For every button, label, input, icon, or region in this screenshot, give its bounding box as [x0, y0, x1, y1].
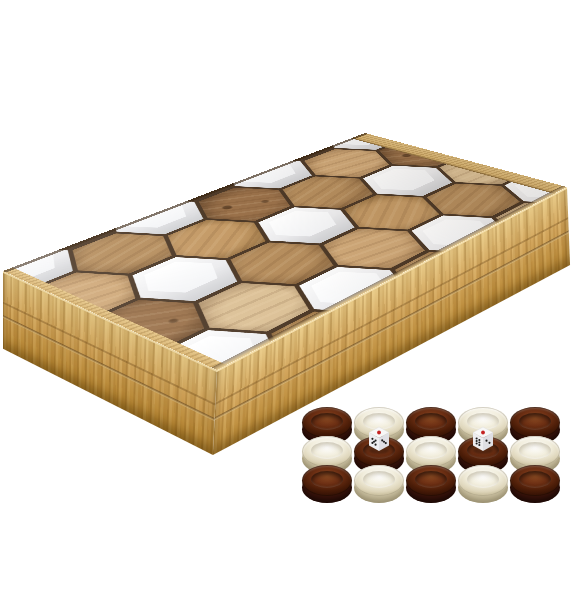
checker-brown: [302, 465, 352, 503]
checker-ring: [519, 413, 551, 430]
checker-ring: [519, 471, 551, 488]
checker-ivory: [354, 465, 404, 503]
product-photo-stage: [0, 0, 577, 592]
lid-hex-white-plateau: [450, 133, 526, 155]
checker-ring: [467, 471, 499, 488]
checker-ring: [415, 442, 447, 459]
checker-ring: [311, 471, 343, 488]
checker-ring: [415, 471, 447, 488]
die-icon: [367, 426, 391, 454]
checker-ring: [311, 442, 343, 459]
checker-ivory: [458, 465, 508, 503]
checkers-and-dice-tray: [300, 403, 572, 539]
checker-ring: [363, 471, 395, 488]
checker-ring: [415, 413, 447, 430]
checker-brown: [406, 465, 456, 503]
die-icon: [471, 426, 495, 454]
checker-ring: [519, 442, 551, 459]
checker-brown: [510, 465, 560, 503]
checker-ring: [311, 413, 343, 430]
